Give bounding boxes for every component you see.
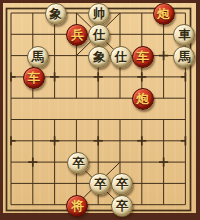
piece-ivory-elephant[interactable]: 象 — [88, 46, 110, 68]
piece-red-cannon[interactable]: 炮 — [132, 88, 154, 110]
piece-ivory-soldier[interactable]: 卒 — [111, 195, 133, 217]
piece-ivory-horse[interactable]: 馬 — [173, 46, 195, 68]
piece-red-general[interactable]: 将 — [66, 195, 88, 217]
piece-red-chariot[interactable]: 车 — [132, 46, 154, 68]
piece-ivory-horse[interactable]: 馬 — [27, 46, 49, 68]
piece-ivory-elephant[interactable]: 象 — [45, 3, 67, 25]
xiangqi-board: 象帅炮兵仕車馬象仕车馬车炮卒卒卒将卒 — [0, 0, 200, 220]
piece-ivory-advisor[interactable]: 仕 — [110, 46, 132, 68]
piece-red-cannon[interactable]: 炮 — [153, 3, 175, 25]
piece-red-chariot[interactable]: 车 — [23, 67, 45, 89]
